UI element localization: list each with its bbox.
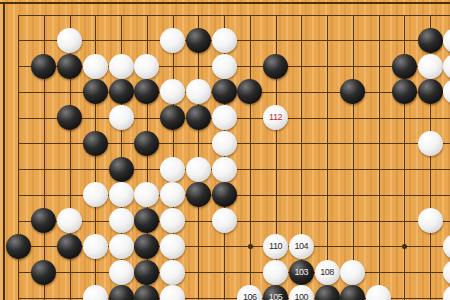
stone-white[interactable] — [340, 260, 365, 285]
stone-black[interactable] — [418, 28, 443, 53]
stone-white[interactable] — [160, 234, 185, 259]
stone-black[interactable] — [83, 131, 108, 156]
stone-black[interactable] — [212, 182, 237, 207]
star-point-15-9 — [402, 244, 407, 249]
stone-white[interactable] — [212, 157, 237, 182]
stone-black[interactable]: 105 — [263, 285, 288, 300]
stone-black[interactable] — [134, 131, 159, 156]
grid-line-h-0 — [18, 15, 450, 16]
board-frame-top — [0, 2, 450, 4]
stone-white[interactable] — [263, 260, 288, 285]
stone-white[interactable] — [160, 28, 185, 53]
grid-line-v-14 — [379, 15, 380, 300]
stone-black[interactable] — [340, 285, 365, 300]
stone-move-number: 110 — [269, 242, 282, 251]
stone-white[interactable] — [212, 54, 237, 79]
stone-white[interactable] — [160, 157, 185, 182]
stone-white[interactable] — [443, 260, 450, 285]
stone-black[interactable] — [186, 28, 211, 53]
stone-white[interactable] — [109, 208, 134, 233]
stone-white[interactable] — [366, 285, 391, 300]
go-app-window: 112110104103108106105100 — [0, 0, 450, 300]
stone-move-number: 106 — [243, 293, 257, 300]
stone-black[interactable] — [263, 54, 288, 79]
stone-black[interactable] — [134, 260, 159, 285]
stone-black[interactable] — [186, 182, 211, 207]
stone-move-number: 108 — [320, 268, 334, 277]
stone-black[interactable] — [212, 79, 237, 104]
stone-black[interactable] — [31, 54, 56, 79]
stone-black[interactable]: 103 — [289, 260, 314, 285]
stone-black[interactable] — [31, 260, 56, 285]
stone-white[interactable] — [443, 285, 450, 300]
stone-move-number: 104 — [294, 242, 308, 251]
stone-white[interactable] — [83, 54, 108, 79]
stone-white[interactable]: 108 — [315, 260, 340, 285]
stone-black[interactable] — [57, 54, 82, 79]
stone-black[interactable] — [315, 285, 340, 300]
stone-white[interactable] — [160, 285, 185, 300]
stone-white[interactable]: 106 — [237, 285, 262, 300]
stone-move-number: 103 — [294, 268, 308, 277]
stone-white[interactable] — [212, 28, 237, 53]
stone-white[interactable] — [443, 54, 450, 79]
stone-black[interactable] — [109, 79, 134, 104]
stone-black[interactable] — [109, 157, 134, 182]
stone-black[interactable] — [418, 79, 443, 104]
stone-white[interactable] — [57, 208, 82, 233]
stone-white[interactable] — [160, 182, 185, 207]
stone-white[interactable] — [186, 79, 211, 104]
stone-white[interactable] — [109, 260, 134, 285]
grid-line-v-13 — [353, 15, 354, 300]
stone-white[interactable] — [443, 79, 450, 104]
grid-line-v-12 — [327, 15, 328, 300]
stone-white[interactable] — [160, 260, 185, 285]
stone-black[interactable] — [186, 105, 211, 130]
stone-black[interactable] — [57, 105, 82, 130]
stone-white[interactable] — [109, 182, 134, 207]
stone-white[interactable] — [134, 182, 159, 207]
stone-white[interactable] — [57, 28, 82, 53]
stone-move-number: 112 — [269, 113, 282, 122]
stone-white[interactable]: 112 — [263, 105, 288, 130]
stone-black[interactable] — [134, 208, 159, 233]
stone-white[interactable] — [109, 234, 134, 259]
star-point-9-9 — [248, 244, 253, 249]
grid-line-h-10 — [18, 272, 450, 273]
stone-white[interactable] — [109, 105, 134, 130]
stone-black[interactable] — [6, 234, 31, 259]
stone-black[interactable] — [237, 79, 262, 104]
stone-white[interactable] — [443, 28, 450, 53]
stone-white[interactable] — [186, 157, 211, 182]
stone-white[interactable] — [212, 105, 237, 130]
stone-white[interactable] — [418, 208, 443, 233]
stone-white[interactable] — [160, 79, 185, 104]
stone-white[interactable] — [418, 54, 443, 79]
stone-white[interactable] — [109, 54, 134, 79]
stone-black[interactable] — [109, 285, 134, 300]
stone-black[interactable] — [134, 79, 159, 104]
stone-black[interactable] — [340, 79, 365, 104]
stone-white[interactable]: 104 — [289, 234, 314, 259]
stone-white[interactable] — [212, 131, 237, 156]
stone-white[interactable]: 110 — [263, 234, 288, 259]
board-frame-left — [3, 2, 5, 300]
stone-white[interactable] — [83, 182, 108, 207]
stone-white[interactable] — [134, 54, 159, 79]
stone-white[interactable] — [160, 208, 185, 233]
stone-black[interactable] — [392, 54, 417, 79]
stone-black[interactable] — [134, 234, 159, 259]
stone-white[interactable] — [83, 234, 108, 259]
stone-white[interactable] — [443, 234, 450, 259]
grid-line-v-9 — [250, 15, 251, 300]
stone-black[interactable] — [31, 208, 56, 233]
stone-white[interactable]: 100 — [289, 285, 314, 300]
stone-move-number: 105 — [269, 293, 283, 300]
stone-black[interactable] — [392, 79, 417, 104]
go-board[interactable]: 112110104103108106105100 — [0, 0, 450, 300]
stone-move-number: 100 — [294, 293, 308, 300]
stone-white[interactable] — [212, 208, 237, 233]
stone-black[interactable] — [134, 285, 159, 300]
stone-black[interactable] — [160, 105, 185, 130]
stone-black[interactable] — [83, 79, 108, 104]
stone-white[interactable] — [83, 285, 108, 300]
stone-white[interactable] — [418, 131, 443, 156]
stone-black[interactable] — [57, 234, 82, 259]
